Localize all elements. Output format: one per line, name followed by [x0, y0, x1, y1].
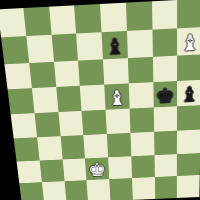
screenshot-background: ♝♝♝♚♝♚	[0, 0, 200, 200]
square-a1[interactable]	[19, 182, 44, 200]
square-h6[interactable]	[177, 54, 200, 81]
piece-white-bishop[interactable]: ♝	[180, 30, 200, 55]
square-b3[interactable]	[37, 136, 62, 160]
square-e4[interactable]	[106, 109, 131, 134]
square-e1[interactable]	[109, 178, 132, 200]
square-d7[interactable]	[76, 32, 103, 60]
square-b7[interactable]	[26, 35, 53, 63]
square-f8[interactable]	[126, 1, 152, 30]
square-a8[interactable]	[0, 8, 26, 37]
piece-white-king[interactable]: ♚	[88, 159, 107, 180]
square-g5[interactable]: ♚	[153, 81, 177, 107]
piece-white-bishop[interactable]: ♝	[107, 86, 127, 109]
square-e3[interactable]	[107, 133, 131, 157]
square-f1[interactable]	[132, 177, 155, 200]
square-c5[interactable]	[56, 86, 82, 112]
square-f3[interactable]	[130, 132, 154, 156]
square-h7[interactable]: ♝	[177, 27, 200, 55]
square-b5[interactable]	[32, 87, 58, 113]
square-d6[interactable]	[78, 59, 104, 86]
square-g7[interactable]	[152, 28, 177, 56]
square-d1[interactable]	[87, 179, 111, 200]
square-h8[interactable]	[177, 0, 200, 28]
square-a6[interactable]	[4, 63, 31, 90]
square-f5[interactable]	[129, 82, 154, 108]
square-d5[interactable]	[80, 85, 106, 111]
square-e6[interactable]	[103, 58, 129, 85]
square-g2[interactable]	[154, 154, 177, 178]
piece-black-king[interactable]: ♚	[155, 84, 174, 108]
square-d3[interactable]	[83, 134, 108, 158]
piece-black-bishop[interactable]: ♝	[104, 33, 125, 58]
square-g6[interactable]	[152, 55, 177, 82]
square-h5[interactable]: ♝	[177, 80, 200, 106]
square-c1[interactable]	[64, 180, 88, 200]
square-f7[interactable]	[127, 29, 153, 57]
square-b6[interactable]	[29, 61, 56, 88]
square-c4[interactable]	[58, 111, 83, 136]
square-c6[interactable]	[54, 60, 80, 87]
square-e7[interactable]: ♝	[101, 31, 127, 59]
chessboard: ♝♝♝♚♝♚	[0, 0, 200, 200]
square-d2[interactable]: ♚	[85, 157, 109, 180]
square-h1[interactable]	[177, 175, 200, 198]
square-c2[interactable]	[62, 158, 86, 181]
square-g4[interactable]	[153, 106, 177, 131]
square-d4[interactable]	[82, 110, 107, 135]
square-a2[interactable]	[17, 160, 42, 183]
square-a4[interactable]	[11, 113, 37, 138]
square-e8[interactable]	[100, 3, 127, 32]
square-b4[interactable]	[34, 112, 60, 137]
square-c3[interactable]	[60, 135, 85, 159]
square-c8[interactable]	[49, 5, 77, 34]
square-b8[interactable]	[23, 7, 51, 36]
square-e5[interactable]: ♝	[104, 84, 129, 110]
square-e2[interactable]	[108, 156, 132, 179]
square-f2[interactable]	[131, 155, 154, 178]
square-f4[interactable]	[129, 107, 153, 132]
square-a7[interactable]	[1, 36, 29, 64]
square-b2[interactable]	[39, 159, 64, 182]
square-a3[interactable]	[14, 137, 40, 161]
square-h4[interactable]	[177, 105, 200, 130]
square-h3[interactable]	[177, 129, 200, 153]
square-a5[interactable]	[8, 88, 35, 114]
square-g1[interactable]	[154, 176, 177, 199]
square-g8[interactable]	[152, 0, 178, 29]
piece-black-bishop[interactable]: ♝	[180, 83, 200, 107]
square-d8[interactable]	[74, 4, 101, 33]
square-c7[interactable]	[51, 33, 78, 61]
square-g3[interactable]	[154, 130, 177, 154]
square-h2[interactable]	[177, 153, 200, 177]
square-f6[interactable]	[128, 56, 153, 83]
square-b1[interactable]	[42, 181, 66, 200]
